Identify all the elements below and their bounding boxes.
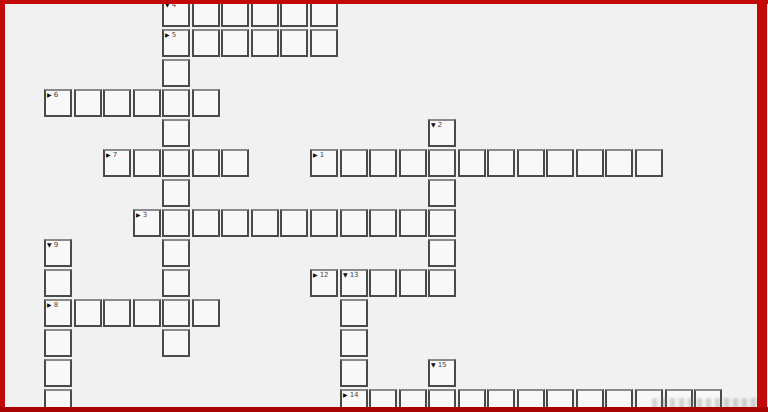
crossword-cell[interactable] bbox=[192, 0, 220, 27]
crossword-cell[interactable]: ▶12 bbox=[310, 269, 338, 297]
clue-number: 7 bbox=[113, 151, 117, 159]
crossword-cell[interactable] bbox=[162, 299, 190, 327]
crossword-cell[interactable]: ▼15 bbox=[428, 359, 456, 387]
clue-number: 14 bbox=[350, 391, 359, 399]
crossword-cell[interactable] bbox=[133, 149, 161, 177]
crossword-cell[interactable] bbox=[458, 149, 486, 177]
down-arrow-icon: ▼ bbox=[343, 271, 348, 279]
across-arrow-icon: ▶ bbox=[313, 151, 318, 159]
clue-marker: ▶6 bbox=[47, 91, 58, 99]
clue-number: 13 bbox=[350, 271, 359, 279]
clue-marker: ▼15 bbox=[431, 361, 447, 369]
crossword-cell[interactable] bbox=[399, 269, 427, 297]
clue-number: 5 bbox=[172, 31, 176, 39]
crossword-cell[interactable] bbox=[192, 149, 220, 177]
crossword-cell[interactable]: ▼9 bbox=[44, 239, 72, 267]
crossword-cell[interactable] bbox=[517, 149, 545, 177]
crossword-cell[interactable]: ▶7 bbox=[103, 149, 131, 177]
down-arrow-icon: ▼ bbox=[47, 241, 52, 249]
crossword-cell[interactable] bbox=[428, 209, 456, 237]
crossword-cell[interactable]: ▶8 bbox=[44, 299, 72, 327]
clue-marker: ▶12 bbox=[313, 271, 329, 279]
crossword-cell[interactable] bbox=[576, 149, 604, 177]
crossword-worksheet: ▼4▶5▶6▼2▶7▶1▶3▼9▶12▼13▶8▼15▶14 bbox=[0, 0, 768, 412]
crossword-cell[interactable] bbox=[251, 209, 279, 237]
crossword-cell[interactable] bbox=[44, 359, 72, 387]
crossword-cell[interactable] bbox=[221, 149, 249, 177]
across-arrow-icon: ▶ bbox=[47, 301, 52, 309]
crossword-cell[interactable] bbox=[192, 89, 220, 117]
crossword-cell[interactable]: ▶3 bbox=[133, 209, 161, 237]
clue-number: 9 bbox=[54, 241, 58, 249]
crossword-cell[interactable] bbox=[162, 59, 190, 87]
crossword-cell[interactable] bbox=[280, 0, 308, 27]
crossword-cell[interactable] bbox=[635, 149, 663, 177]
crossword-cell[interactable] bbox=[162, 179, 190, 207]
across-arrow-icon: ▶ bbox=[313, 271, 318, 279]
crossword-cell[interactable] bbox=[428, 179, 456, 207]
clue-number: 15 bbox=[438, 361, 447, 369]
crossword-cell[interactable] bbox=[369, 209, 397, 237]
crossword-cell[interactable] bbox=[192, 299, 220, 327]
crossword-cell[interactable] bbox=[340, 359, 368, 387]
crossword-cell[interactable] bbox=[74, 299, 102, 327]
crossword-cell[interactable] bbox=[162, 89, 190, 117]
crossword-cell[interactable] bbox=[340, 299, 368, 327]
screenshot-frame-top bbox=[0, 0, 768, 4]
crossword-cell[interactable] bbox=[605, 149, 633, 177]
across-arrow-icon: ▶ bbox=[136, 211, 141, 219]
crossword-cell[interactable] bbox=[340, 149, 368, 177]
clue-number: 12 bbox=[320, 271, 329, 279]
crossword-cell[interactable] bbox=[162, 239, 190, 267]
crossword-cell[interactable] bbox=[251, 0, 279, 27]
crossword-cell[interactable]: ▼4 bbox=[162, 0, 190, 27]
crossword-cell[interactable] bbox=[133, 89, 161, 117]
crossword-cell[interactable] bbox=[310, 209, 338, 237]
crossword-cell[interactable]: ▶5 bbox=[162, 29, 190, 57]
clue-number: 3 bbox=[143, 211, 147, 219]
screenshot-frame-right bbox=[757, 0, 767, 412]
clue-number: 6 bbox=[54, 91, 58, 99]
crossword-cell[interactable] bbox=[221, 0, 249, 27]
crossword-cell[interactable] bbox=[162, 149, 190, 177]
crossword-cell[interactable] bbox=[251, 29, 279, 57]
crossword-cell[interactable] bbox=[74, 89, 102, 117]
crossword-cell[interactable] bbox=[162, 269, 190, 297]
crossword-cell[interactable] bbox=[162, 119, 190, 147]
clue-marker: ▶14 bbox=[343, 391, 359, 399]
down-arrow-icon: ▼ bbox=[431, 361, 436, 369]
clue-number: 2 bbox=[438, 121, 442, 129]
crossword-cell[interactable] bbox=[369, 269, 397, 297]
crossword-cell[interactable] bbox=[221, 209, 249, 237]
clue-marker: ▼2 bbox=[431, 121, 442, 129]
crossword-cell[interactable]: ▶6 bbox=[44, 89, 72, 117]
screenshot-frame-bottom bbox=[0, 407, 768, 412]
crossword-cell[interactable] bbox=[399, 149, 427, 177]
clue-marker: ▶5 bbox=[165, 31, 176, 39]
crossword-cell[interactable]: ▼2 bbox=[428, 119, 456, 147]
crossword-cell[interactable] bbox=[280, 209, 308, 237]
clue-marker: ▶1 bbox=[313, 151, 324, 159]
crossword-cell[interactable] bbox=[103, 299, 131, 327]
crossword-cell[interactable] bbox=[428, 269, 456, 297]
across-arrow-icon: ▶ bbox=[165, 31, 170, 39]
crossword-cell[interactable] bbox=[192, 209, 220, 237]
across-arrow-icon: ▶ bbox=[106, 151, 111, 159]
clue-marker: ▼13 bbox=[343, 271, 359, 279]
crossword-cell[interactable] bbox=[310, 29, 338, 57]
crossword-cell[interactable] bbox=[103, 89, 131, 117]
crossword-cell[interactable] bbox=[428, 239, 456, 267]
crossword-cell[interactable] bbox=[487, 149, 515, 177]
crossword-cell[interactable] bbox=[310, 0, 338, 27]
crossword-cell[interactable] bbox=[399, 209, 427, 237]
across-arrow-icon: ▶ bbox=[47, 91, 52, 99]
crossword-cell[interactable]: ▶1 bbox=[310, 149, 338, 177]
crossword-cell[interactable] bbox=[546, 149, 574, 177]
crossword-cell[interactable] bbox=[280, 29, 308, 57]
crossword-cell[interactable] bbox=[428, 149, 456, 177]
crossword-cell[interactable] bbox=[340, 329, 368, 357]
crossword-cell[interactable] bbox=[162, 209, 190, 237]
crossword-cell[interactable] bbox=[162, 329, 190, 357]
screenshot-frame-left bbox=[0, 0, 5, 412]
crossword-cell[interactable] bbox=[192, 29, 220, 57]
clue-marker: ▶7 bbox=[106, 151, 117, 159]
crossword-cell[interactable] bbox=[133, 299, 161, 327]
crossword-cell[interactable] bbox=[44, 329, 72, 357]
clue-number: 8 bbox=[54, 301, 58, 309]
across-arrow-icon: ▶ bbox=[343, 391, 348, 399]
clue-marker: ▶8 bbox=[47, 301, 58, 309]
clue-marker: ▶3 bbox=[136, 211, 147, 219]
down-arrow-icon: ▼ bbox=[431, 121, 436, 129]
crossword-cell[interactable] bbox=[221, 29, 249, 57]
crossword-cell[interactable] bbox=[340, 209, 368, 237]
clue-number: 1 bbox=[320, 151, 324, 159]
clue-marker: ▼9 bbox=[47, 241, 58, 249]
crossword-cell[interactable] bbox=[369, 149, 397, 177]
crossword-cell[interactable] bbox=[44, 269, 72, 297]
crossword-cell[interactable]: ▼13 bbox=[340, 269, 368, 297]
